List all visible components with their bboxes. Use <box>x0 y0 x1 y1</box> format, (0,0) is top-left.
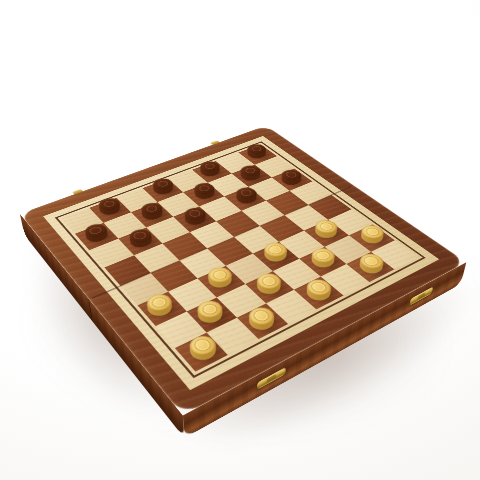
checker-piece-light[interactable] <box>355 257 386 277</box>
checker-piece-light[interactable] <box>307 251 338 270</box>
checker-piece-dark[interactable] <box>82 227 110 245</box>
checker-piece-light[interactable] <box>144 297 176 320</box>
checker-piece-dark[interactable] <box>126 232 155 250</box>
product-photo-stage <box>0 0 480 480</box>
back-hinge-icon <box>72 189 83 195</box>
checker-piece-light[interactable] <box>253 276 285 297</box>
checker-piece-light[interactable] <box>194 303 227 326</box>
back-hinge-icon <box>210 140 220 145</box>
checker-piece-light[interactable] <box>357 228 387 246</box>
checker-piece-light[interactable] <box>302 282 334 304</box>
checker-piece-light[interactable] <box>185 338 220 364</box>
checker-piece-light[interactable] <box>204 270 235 291</box>
checker-piece-light[interactable] <box>244 310 278 333</box>
checker-piece-light[interactable] <box>260 246 290 265</box>
